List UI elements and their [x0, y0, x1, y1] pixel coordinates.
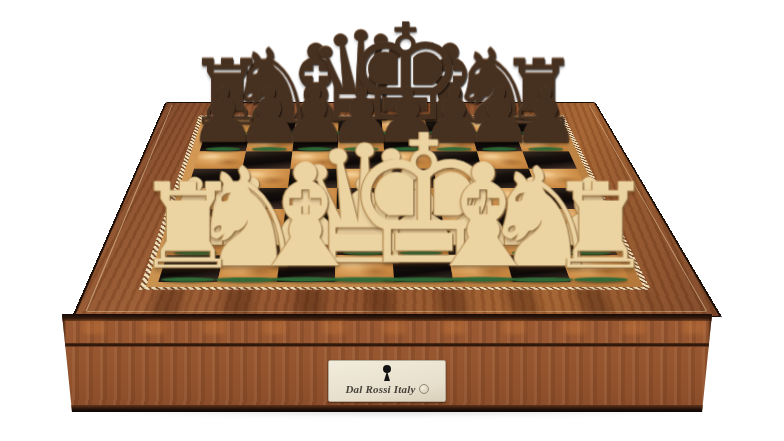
piece-white-rook: ♜ [548, 173, 654, 282]
chess-board: ♜♞♝♛♚♝♞♜♟♟♟♟♟♟♟♟♟♟♟♟♟♟♟♟♜♞♝♛♚♝♞♜ [72, 102, 723, 317]
piece-white-bishop: ♝ [242, 151, 370, 282]
brand-text: Dal Rossi Italy [345, 383, 415, 395]
board-grid: ♜♞♝♛♚♝♞♜♟♟♟♟♟♟♟♟♟♟♟♟♟♟♟♟♜♞♝♛♚♝♞♜ [158, 120, 630, 282]
piece-white-rook: ♜ [135, 173, 241, 282]
chess-box-front: Dal Rossi Italy [62, 314, 712, 412]
piece-white-bishop: ♝ [419, 151, 547, 282]
ground-shadow [78, 408, 708, 417]
right-edge-trim [708, 314, 712, 412]
product-photo-scene: ♜♞♝♛♚♝♞♜♟♟♟♟♟♟♟♟♟♟♟♟♟♟♟♟♜♞♝♛♚♝♞♜ Dal Ros… [0, 0, 784, 441]
lid-bevel-trim [62, 314, 712, 321]
piece-reflections [133, 289, 659, 313]
square-c1: ♝ [276, 255, 336, 282]
photo-stage: ♜♞♝♛♚♝♞♜♟♟♟♟♟♟♟♟♟♟♟♟♟♟♟♟♜♞♝♛♚♝♞♜ Dal Ros… [0, 0, 784, 441]
left-edge-trim [62, 314, 66, 412]
lid-edge-reflection [62, 321, 712, 334]
brand-plaque: Dal Rossi Italy [328, 360, 446, 402]
square-f1: ♝ [449, 255, 513, 282]
rope-inlay-border: ♜♞♝♛♚♝♞♜♟♟♟♟♟♟♟♟♟♟♟♟♟♟♟♟♜♞♝♛♚♝♞♜ [139, 115, 651, 289]
square-a1: ♜ [158, 255, 223, 282]
keyhole-icon [379, 365, 395, 382]
square-h1: ♜ [561, 255, 630, 282]
board-inner-margin: ♜♞♝♛♚♝♞♜♟♟♟♟♟♟♟♟♟♟♟♟♟♟♟♟♜♞♝♛♚♝♞♜ [146, 117, 643, 287]
circle-emblem-icon [419, 384, 429, 394]
brand-row: Dal Rossi Italy [329, 383, 445, 395]
lid-seam [62, 343, 712, 347]
